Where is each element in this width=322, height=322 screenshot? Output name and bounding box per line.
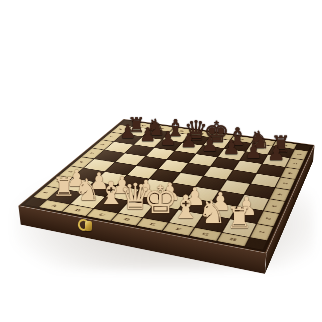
box-fold-seam <box>292 191 294 210</box>
left-rank-label-2: 2 <box>55 181 63 184</box>
front-file-label-G: G <box>201 232 210 237</box>
chess-board: ABCDEFGH8877665544332211ABCDEFGH <box>18 119 314 253</box>
right-rank-label-1: 1 <box>257 230 266 234</box>
right-rank-label-6: 6 <box>286 172 294 175</box>
square-a1[interactable] <box>48 189 82 204</box>
front-file-label-B: B <box>74 208 82 212</box>
square-b1[interactable] <box>71 193 105 208</box>
front-file-label-E: E <box>148 222 156 227</box>
back-file-label-C: C <box>179 129 185 132</box>
right-rank-label-7: 7 <box>291 162 298 164</box>
scene: ABCDEFGH8877665544332211ABCDEFGH <box>0 0 322 322</box>
left-rank-label-5: 5 <box>89 152 96 154</box>
front-file-label-A: A <box>50 203 59 207</box>
front-file-label-D: D <box>123 217 132 222</box>
back-file-label-G: G <box>260 141 266 144</box>
back-file-label-B: B <box>159 127 165 130</box>
right-rank-label-8: 8 <box>296 153 303 155</box>
square-a2[interactable] <box>61 178 94 192</box>
square-d2[interactable] <box>130 190 162 205</box>
frame-corner <box>246 238 267 250</box>
square-h6[interactable] <box>257 164 285 177</box>
square-h3[interactable] <box>238 195 269 210</box>
square-h1[interactable] <box>223 219 256 237</box>
coordinate-cell: 1 <box>33 186 59 199</box>
square-e5[interactable] <box>181 163 210 176</box>
right-rank-label-5: 5 <box>281 182 289 185</box>
back-file-label-A: A <box>140 124 146 127</box>
front-file-label-H: H <box>229 237 238 242</box>
square-c1[interactable] <box>94 197 128 213</box>
left-rank-label-8: 8 <box>118 128 125 130</box>
coordinate-cell: 2 <box>47 176 72 188</box>
back-file-label-D: D <box>199 132 205 135</box>
square-c3[interactable] <box>117 175 148 189</box>
square-g1[interactable] <box>196 215 229 232</box>
coordinate-cell: 6 <box>281 167 300 179</box>
square-f5[interactable] <box>204 167 233 180</box>
product-photo: ABCDEFGH8877665544332211ABCDEFGH ♜♞♝♛♚♝♞… <box>0 0 322 322</box>
square-f1[interactable] <box>169 210 203 227</box>
square-d1[interactable] <box>119 201 153 217</box>
square-h4[interactable] <box>245 184 275 198</box>
square-h2[interactable] <box>231 207 263 224</box>
right-rank-label-3: 3 <box>270 205 278 208</box>
left-rank-label-6: 6 <box>99 144 106 146</box>
left-rank-label-3: 3 <box>67 171 75 173</box>
square-d3[interactable] <box>140 179 171 193</box>
front-file-label-F: F <box>175 227 183 232</box>
square-e3[interactable] <box>164 183 195 197</box>
back-file-label-F: F <box>240 138 245 141</box>
coordinate-cell: 3 <box>264 199 285 213</box>
left-rank-label-1: 1 <box>42 191 50 194</box>
right-rank-label-2: 2 <box>264 217 273 220</box>
back-file-label-H: H <box>282 144 288 147</box>
back-file-label-E: E <box>219 135 225 138</box>
coordinate-cell: 1 <box>250 224 273 240</box>
square-e2[interactable] <box>154 194 186 209</box>
square-e1[interactable] <box>144 206 178 223</box>
square-b2[interactable] <box>83 182 116 196</box>
square-c2[interactable] <box>106 186 139 201</box>
square-g3[interactable] <box>213 191 244 206</box>
square-g2[interactable] <box>204 202 236 218</box>
coordinate-cell: 2 <box>257 211 279 226</box>
left-rank-label-4: 4 <box>79 161 87 163</box>
square-f2[interactable] <box>179 198 211 214</box>
right-rank-label-4: 4 <box>276 193 284 196</box>
frame-corner <box>25 198 46 207</box>
square-f3[interactable] <box>188 187 219 202</box>
front-file-label-C: C <box>98 212 107 217</box>
square-b3[interactable] <box>95 172 126 185</box>
left-rank-label-7: 7 <box>109 136 116 138</box>
